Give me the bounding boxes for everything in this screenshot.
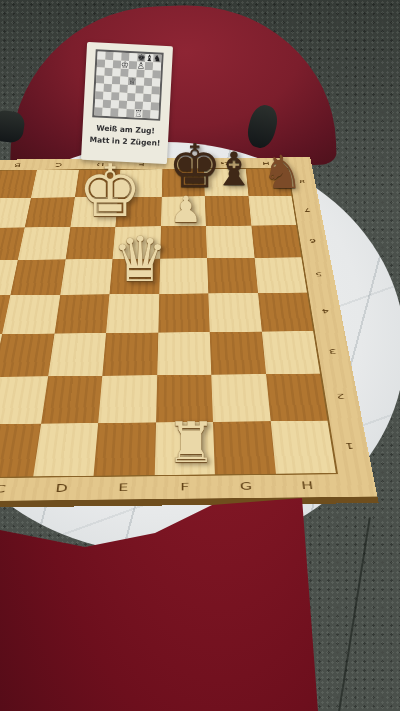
coord-label-H: H bbox=[275, 473, 339, 498]
square-h2[interactable] bbox=[266, 374, 328, 422]
square-d3[interactable] bbox=[48, 333, 106, 376]
square-e3[interactable] bbox=[102, 333, 158, 376]
puzzle-diagram: ♚♝♞♔♙♕♖ bbox=[92, 49, 163, 120]
square-c7[interactable] bbox=[25, 197, 75, 227]
square-g4[interactable] bbox=[208, 293, 261, 332]
square-g2[interactable] bbox=[211, 374, 270, 422]
square-g6[interactable] bbox=[206, 226, 254, 259]
square-h3[interactable] bbox=[261, 331, 319, 374]
square-d5[interactable] bbox=[60, 259, 113, 295]
puzzle-caption: Weiß am Zug! Matt in 2 Zügen! bbox=[82, 122, 169, 151]
square-d4[interactable] bbox=[54, 294, 109, 333]
coord-label-E: E bbox=[91, 475, 154, 500]
square-f4[interactable] bbox=[158, 293, 210, 332]
square-c8[interactable] bbox=[31, 170, 79, 198]
coord-label-C: C bbox=[0, 476, 33, 501]
puzzle-card: ♚♝♞♔♙♕♖ Weiß am Zug! Matt in 2 Zügen! bbox=[81, 42, 173, 164]
diagram-piece-e5: ♕ bbox=[128, 77, 136, 85]
diagram-piece-d7: ♔ bbox=[121, 61, 129, 69]
coord-label-D: D bbox=[29, 476, 93, 501]
square-h4[interactable] bbox=[258, 293, 313, 332]
diagram-square bbox=[150, 110, 158, 118]
floor-crack bbox=[335, 517, 371, 711]
piece-white-pawn-f7[interactable]: ♟ bbox=[170, 192, 202, 228]
square-h5[interactable] bbox=[254, 257, 307, 293]
diagram-piece-f1: ♖ bbox=[134, 109, 142, 117]
square-e2[interactable] bbox=[98, 375, 157, 423]
square-h1[interactable] bbox=[270, 421, 336, 474]
square-c3[interactable] bbox=[0, 334, 54, 377]
square-e1[interactable] bbox=[94, 422, 156, 475]
coord-label-G: G bbox=[215, 474, 278, 499]
photo-scene: ABCDEFGH ABCDEFGH 87654321 87654321 ♚♝♞♔… bbox=[0, 0, 400, 711]
coord-label-7: 7 bbox=[291, 195, 323, 225]
coord-label-F: F bbox=[154, 474, 216, 499]
piece-black-knight-h8[interactable]: ♞ bbox=[261, 149, 302, 195]
coord-label-C: C bbox=[37, 159, 80, 170]
coord-label-B: B bbox=[0, 159, 39, 170]
square-f3[interactable] bbox=[157, 332, 211, 375]
square-h7[interactable] bbox=[248, 196, 296, 226]
square-d2[interactable] bbox=[41, 376, 103, 424]
square-g1[interactable] bbox=[213, 421, 275, 474]
piece-black-bishop-g8[interactable]: ♝ bbox=[213, 146, 254, 192]
square-d1[interactable] bbox=[33, 423, 98, 476]
piece-white-king-d7[interactable]: ♚ bbox=[78, 155, 143, 227]
diagram-piece-f7: ♙ bbox=[137, 61, 145, 69]
diagram-piece-h8: ♞ bbox=[153, 54, 161, 62]
square-c5[interactable] bbox=[10, 259, 65, 295]
square-c6[interactable] bbox=[18, 227, 70, 260]
square-h6[interactable] bbox=[251, 225, 301, 258]
square-g3[interactable] bbox=[210, 332, 266, 375]
square-c4[interactable] bbox=[2, 295, 60, 334]
piece-white-rook-f1[interactable]: ♜ bbox=[166, 415, 216, 471]
square-g5[interactable] bbox=[207, 258, 258, 294]
piece-white-queen-e5[interactable]: ♛ bbox=[112, 229, 168, 291]
square-e4[interactable] bbox=[106, 294, 159, 333]
